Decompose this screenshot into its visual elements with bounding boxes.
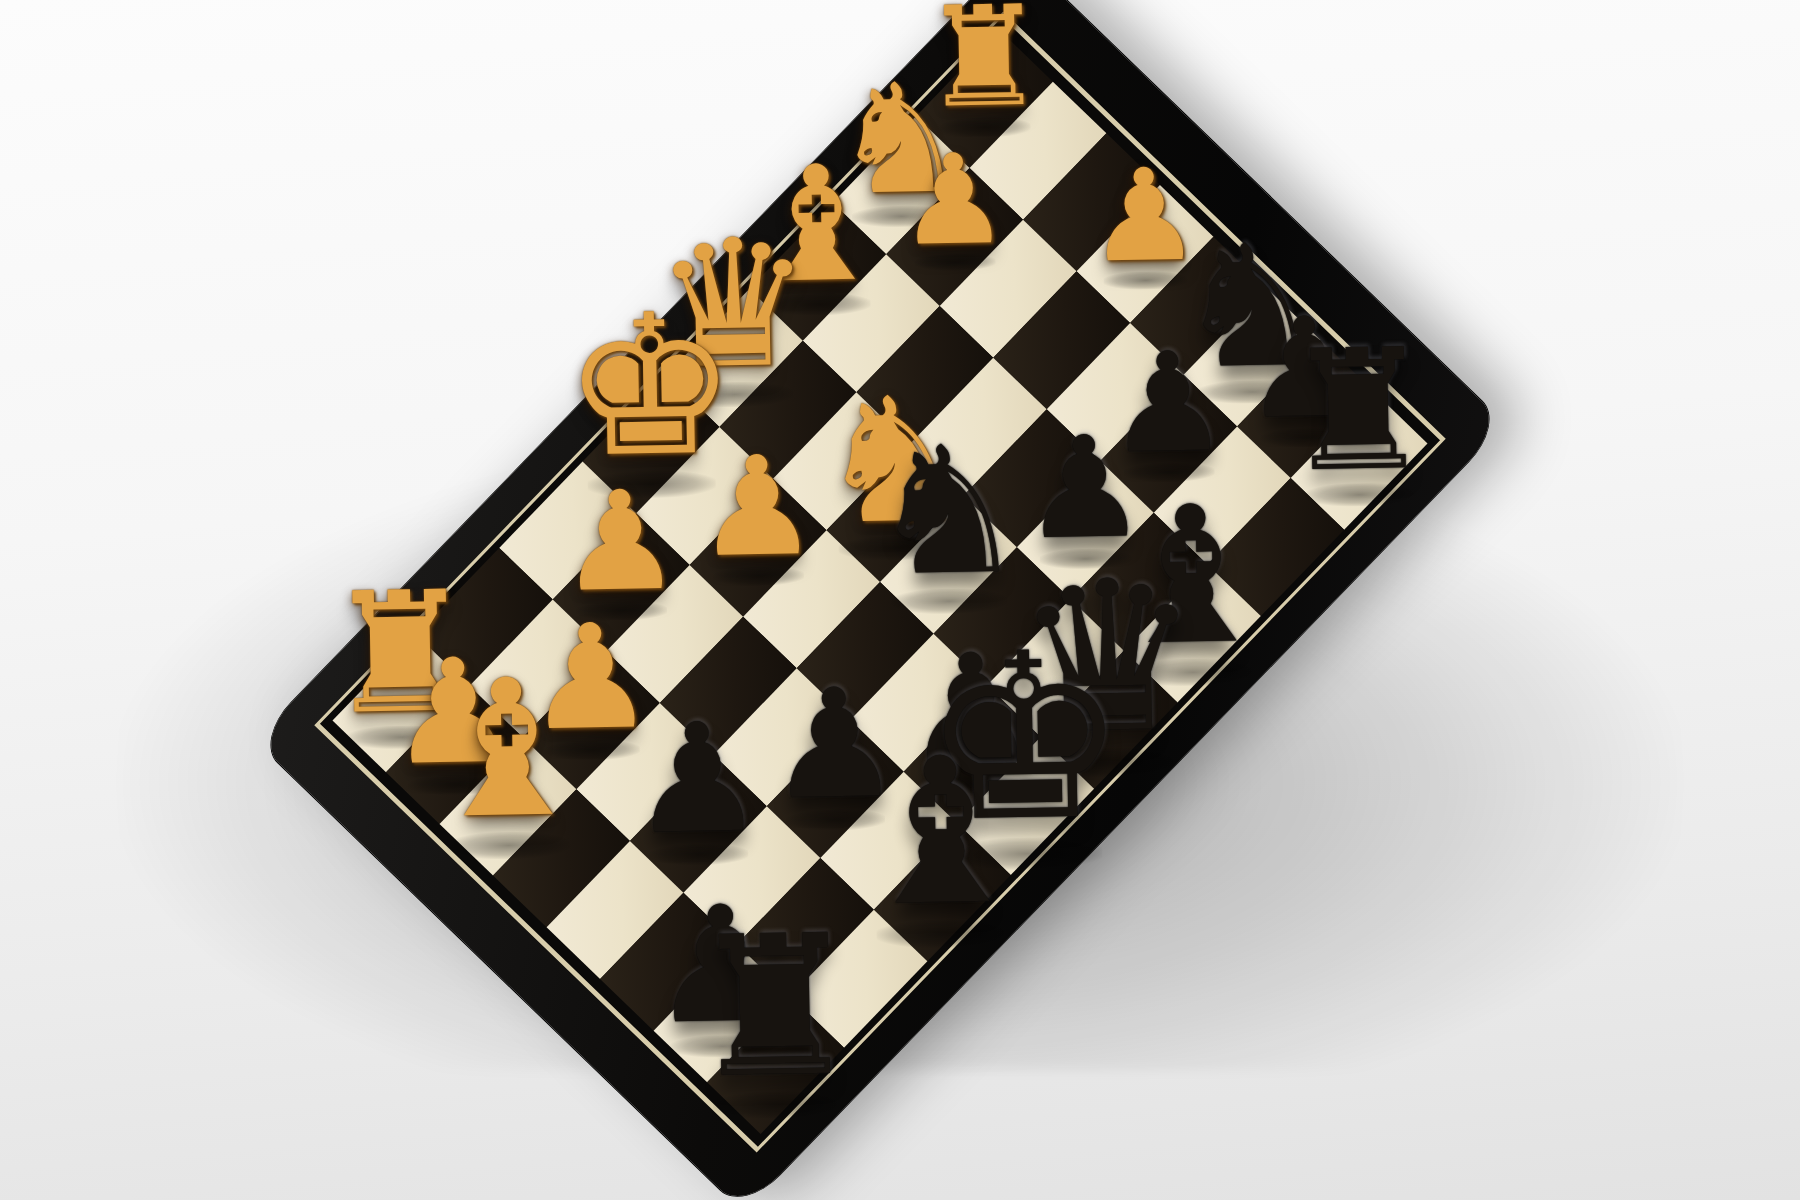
square-h8[interactable]: ♜ bbox=[707, 996, 844, 1134]
black-rook-a8[interactable]: ♜ bbox=[1282, 327, 1434, 496]
black-bishop-f8[interactable]: ♝ bbox=[849, 730, 1033, 934]
square-f8[interactable]: ♝ bbox=[874, 823, 1011, 961]
black-knight-d5[interactable]: ♞ bbox=[867, 423, 1028, 602]
white-pawn-b2[interactable]: ♟ bbox=[897, 137, 1010, 263]
black-pawn-g5[interactable]: ♟ bbox=[629, 702, 766, 854]
white-pawn-e3[interactable]: ♟ bbox=[695, 437, 820, 576]
white-pawn-f2[interactable]: ♟ bbox=[558, 472, 683, 611]
black-rook-h8[interactable]: ♜ bbox=[686, 909, 862, 1105]
white-bishop-h3[interactable]: ♝ bbox=[421, 654, 594, 846]
square-h3[interactable]: ♝ bbox=[440, 738, 577, 876]
